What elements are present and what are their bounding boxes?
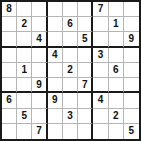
cell-r9c1[interactable] [2,124,17,139]
cell-r7c4[interactable]: 9 [48,93,63,108]
cell-r4c7[interactable]: 3 [93,48,108,63]
cell-r2c4[interactable] [48,17,63,32]
cell-r6c9[interactable] [124,78,139,93]
cell-r2c3[interactable] [32,17,47,32]
cell-r5c3[interactable] [32,63,47,78]
given-digit: 5 [82,34,88,44]
cell-r1c6[interactable] [78,2,93,17]
cell-r6c6[interactable]: 7 [78,78,93,93]
cell-r5c1[interactable] [2,63,17,78]
cell-r5c4[interactable] [48,63,63,78]
given-digit: 1 [22,65,28,75]
cell-r7c9[interactable] [124,93,139,108]
cell-r7c3[interactable] [32,93,47,108]
cell-r5c7[interactable] [93,63,108,78]
cell-r7c1[interactable]: 6 [2,93,17,108]
cell-r4c8[interactable] [109,48,124,63]
cell-r8c8[interactable]: 2 [109,109,124,124]
cell-r7c5[interactable] [63,93,78,108]
cell-r6c3[interactable]: 9 [32,78,47,93]
given-digit: 7 [98,4,104,14]
cell-r4c1[interactable] [2,48,17,63]
cell-r2c6[interactable] [78,17,93,32]
given-digit: 7 [82,80,88,90]
given-digit: 7 [36,126,42,136]
cell-r5c8[interactable]: 6 [109,63,124,78]
sudoku-board: 87261459431269769453275 [0,0,141,141]
cell-r6c7[interactable] [93,78,108,93]
given-digit: 5 [129,126,135,136]
cell-r2c7[interactable] [93,17,108,32]
cell-r6c2[interactable] [17,78,32,93]
cell-r1c9[interactable] [124,2,139,17]
given-digit: 4 [52,50,58,60]
cell-r6c5[interactable] [63,78,78,93]
given-digit: 9 [129,34,135,44]
cell-r8c9[interactable] [124,109,139,124]
cell-r8c3[interactable] [32,109,47,124]
given-digit: 4 [98,95,104,105]
cell-r4c3[interactable] [32,48,47,63]
cell-r8c6[interactable] [78,109,93,124]
cell-r7c8[interactable] [109,93,124,108]
cell-r8c5[interactable]: 3 [63,109,78,124]
cell-r1c4[interactable] [48,2,63,17]
cell-r2c8[interactable]: 1 [109,17,124,32]
cell-r8c2[interactable]: 5 [17,109,32,124]
cell-r7c2[interactable] [17,93,32,108]
cell-r5c5[interactable]: 2 [63,63,78,78]
cell-r9c2[interactable] [17,124,32,139]
cell-r5c9[interactable] [124,63,139,78]
cell-r2c2[interactable]: 2 [17,17,32,32]
cell-r6c8[interactable] [109,78,124,93]
cell-r1c3[interactable] [32,2,47,17]
given-digit: 9 [36,80,42,90]
given-digit: 4 [36,34,42,44]
cell-r4c6[interactable] [78,48,93,63]
cell-r2c9[interactable] [124,17,139,32]
given-digit: 3 [67,111,73,121]
cell-r9c6[interactable] [78,124,93,139]
cell-r9c8[interactable] [109,124,124,139]
cell-r1c1[interactable]: 8 [2,2,17,17]
cell-r8c1[interactable] [2,109,17,124]
cell-r1c5[interactable] [63,2,78,17]
cell-r4c2[interactable] [17,48,32,63]
cell-r1c2[interactable] [17,2,32,17]
cell-r5c6[interactable] [78,63,93,78]
cell-r3c7[interactable] [93,32,108,47]
cell-r2c5[interactable]: 6 [63,17,78,32]
cell-r3c3[interactable]: 4 [32,32,47,47]
given-digit: 8 [6,4,12,14]
given-digit: 1 [113,19,119,29]
given-digit: 5 [22,111,28,121]
cell-r3c5[interactable] [63,32,78,47]
cell-r3c2[interactable] [17,32,32,47]
cell-r3c4[interactable] [48,32,63,47]
given-digit: 2 [67,65,73,75]
cell-r5c2[interactable]: 1 [17,63,32,78]
cell-r6c4[interactable] [48,78,63,93]
cell-r3c8[interactable] [109,32,124,47]
cell-r2c1[interactable] [2,17,17,32]
cell-r9c7[interactable] [93,124,108,139]
cell-r9c4[interactable] [48,124,63,139]
cell-r8c4[interactable] [48,109,63,124]
given-digit: 9 [52,95,58,105]
cell-r1c8[interactable] [109,2,124,17]
given-digit: 3 [98,50,104,60]
cell-r7c7[interactable]: 4 [93,93,108,108]
given-digit: 6 [113,65,119,75]
given-digit: 6 [6,95,12,105]
cell-r4c9[interactable] [124,48,139,63]
cell-r3c1[interactable] [2,32,17,47]
cell-r3c9[interactable]: 9 [124,32,139,47]
cell-r1c7[interactable]: 7 [93,2,108,17]
given-digit: 2 [22,19,28,29]
cell-r9c3[interactable]: 7 [32,124,47,139]
cell-r4c4[interactable]: 4 [48,48,63,63]
cell-r3c6[interactable]: 5 [78,32,93,47]
cell-r9c5[interactable] [63,124,78,139]
cell-r4c5[interactable] [63,48,78,63]
cell-r6c1[interactable] [2,78,17,93]
cell-r9c9[interactable]: 5 [124,124,139,139]
given-digit: 6 [67,19,73,29]
cell-r8c7[interactable] [93,109,108,124]
cell-r7c6[interactable] [78,93,93,108]
given-digit: 2 [113,111,119,121]
